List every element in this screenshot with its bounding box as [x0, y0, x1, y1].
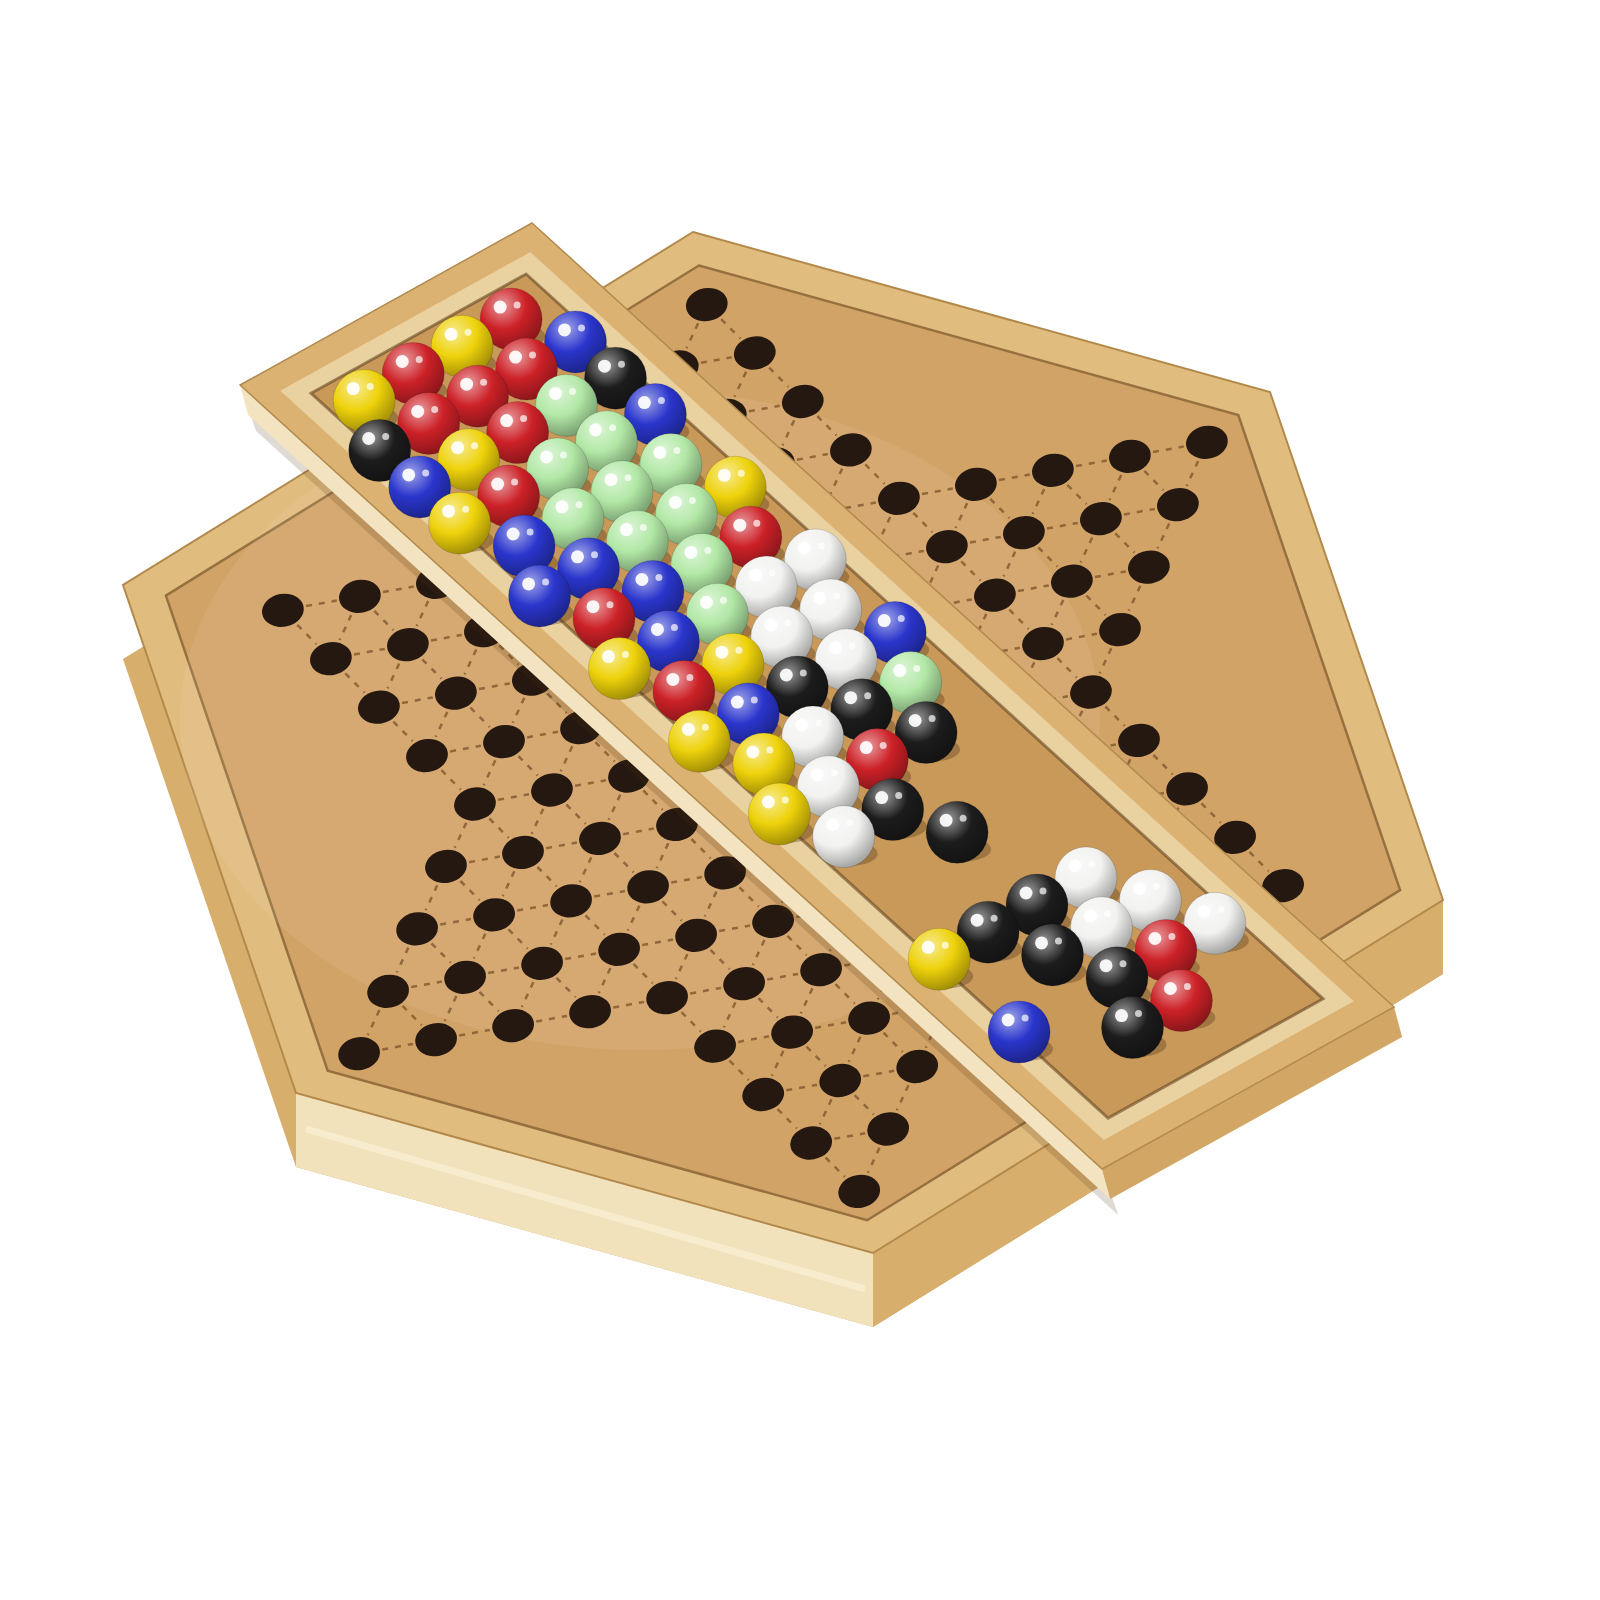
marble-specular [1002, 1014, 1015, 1027]
marble-specular-small [618, 361, 625, 368]
marble-specular-small [431, 406, 438, 413]
marble-specular-small [833, 592, 840, 599]
marble-yellow [748, 783, 810, 845]
marble-specular-small [609, 424, 616, 431]
marble-specular-small [991, 915, 998, 922]
marble-specular-small [591, 551, 598, 558]
marble-specular-small [753, 520, 760, 527]
marble-specular-small [471, 442, 478, 449]
marble-specular-small [367, 383, 374, 390]
marble-specular [605, 473, 618, 486]
marble-specular [653, 446, 666, 459]
marble-specular-small [895, 792, 902, 799]
marble-specular [411, 405, 424, 418]
marble-specular [1084, 909, 1097, 922]
marble-specular-small [655, 574, 662, 581]
marble-specular-small [527, 529, 534, 536]
marble-specular [651, 623, 664, 636]
marble-specular-small [560, 451, 567, 458]
marble-specular-small [702, 724, 709, 731]
marble-specular [940, 814, 953, 827]
marble-specular-small [720, 597, 727, 604]
marble-specular [666, 673, 679, 686]
marble-specular-small [800, 670, 807, 677]
marble-black [926, 801, 988, 863]
marble-specular [813, 591, 826, 604]
marble-specular-small [671, 624, 678, 631]
marble-specular-small [622, 651, 629, 658]
marble-specular [811, 768, 824, 781]
marble-specular-small [831, 769, 838, 776]
marble-yellow [589, 638, 651, 700]
marble-specular [494, 301, 507, 314]
marble-specular-small [529, 352, 536, 359]
marble-yellow [668, 710, 730, 772]
marble-specular [746, 746, 759, 759]
marble-specular-small [1022, 1015, 1029, 1022]
marble-specular [795, 718, 808, 731]
marble-specular-small [735, 647, 742, 654]
marble-specular-small [751, 697, 758, 704]
marble-specular [549, 387, 562, 400]
marble-specular-small [511, 479, 518, 486]
product-photo-stage [0, 0, 1600, 1600]
marble-specular [396, 355, 409, 368]
marble-specular-small [1217, 906, 1224, 913]
marble-specular [507, 528, 520, 541]
marble-specular [589, 423, 602, 436]
marble-specular [1197, 905, 1210, 918]
marble-specular-small [578, 324, 585, 331]
marble-specular-small [1089, 860, 1096, 867]
marble-specular-small [1153, 883, 1160, 890]
marble-specular [715, 646, 728, 659]
marble-specular-small [689, 497, 696, 504]
marble-specular [826, 818, 839, 831]
marble-yellow [908, 928, 970, 990]
marble-specular-small [849, 642, 856, 649]
marble-specular [1148, 932, 1161, 945]
marble-specular [1100, 959, 1113, 972]
marble-specular [749, 569, 762, 582]
marble-specular-small [929, 715, 936, 722]
marble-specular-small [673, 447, 680, 454]
marble-specular [620, 523, 633, 536]
marble-specular [909, 714, 922, 727]
marble-specular-small [640, 524, 647, 531]
marble-specular [540, 450, 553, 463]
marble-specular-small [480, 379, 487, 386]
marble-specular [509, 351, 522, 364]
marble-specular [402, 468, 415, 481]
marble-specular [571, 550, 584, 563]
marble-specular-small [422, 469, 429, 476]
marble-black [1102, 997, 1164, 1059]
marble-specular [491, 478, 504, 491]
marble-specular-small [704, 547, 711, 554]
marble-specular-small [1104, 910, 1111, 917]
marble-specular-small [514, 302, 521, 309]
marble-specular [1020, 887, 1033, 900]
marble-specular [700, 596, 713, 609]
marble-specular [878, 614, 891, 627]
marble-specular [860, 741, 873, 754]
marble-specular-small [462, 506, 469, 513]
marble-specular [556, 500, 569, 513]
marble-specular-small [913, 665, 920, 672]
marble-specular [733, 519, 746, 532]
marble-specular-small [1168, 933, 1175, 940]
marble-white [813, 806, 875, 868]
marble-specular [844, 691, 857, 704]
marble-yellow [429, 492, 491, 554]
marble-specular [1164, 982, 1177, 995]
marble-specular-small [569, 388, 576, 395]
marble-black [1022, 924, 1084, 986]
marble-specular-small [898, 615, 905, 622]
marble-specular-small [942, 942, 949, 949]
marble-specular-small [465, 329, 472, 336]
marble-specular [1133, 882, 1146, 895]
marble-specular [875, 791, 888, 804]
marble-specular [1115, 1009, 1128, 1022]
marble-specular [587, 600, 600, 613]
marble-specular-small [625, 474, 632, 481]
marble-specular [893, 664, 906, 677]
marble-specular [798, 542, 811, 555]
marble-specular [829, 641, 842, 654]
marble-specular [718, 469, 731, 482]
marble-specular-small [382, 433, 389, 440]
marble-specular [971, 914, 984, 927]
scene-svg [0, 0, 1600, 1600]
marble-specular-small [686, 674, 693, 681]
marble-blue [988, 1001, 1050, 1063]
marble-specular [731, 696, 744, 709]
marble-specular [638, 396, 651, 409]
marble-blue [509, 565, 571, 627]
marble-specular-small [1055, 937, 1062, 944]
marble-specular [451, 441, 464, 454]
marble-specular-small [880, 742, 887, 749]
marble-specular [762, 796, 775, 809]
marble-specular [347, 382, 360, 395]
marble-specular [682, 723, 695, 736]
marble-specular [558, 323, 571, 336]
marble-specular-small [658, 397, 665, 404]
marble-specular-small [542, 578, 549, 585]
marble-specular-small [846, 819, 853, 826]
marble-specular-small [607, 601, 614, 608]
marble-specular-small [782, 797, 789, 804]
marble-specular [1069, 859, 1082, 872]
marble-specular-small [576, 501, 583, 508]
marble-specular [522, 577, 535, 590]
marble-specular [635, 573, 648, 586]
marble-specular-small [960, 815, 967, 822]
marble-specular [460, 378, 473, 391]
marble-specular-small [1135, 1010, 1142, 1017]
marble-specular-small [766, 747, 773, 754]
marble-specular-small [769, 570, 776, 577]
marble-specular [684, 546, 697, 559]
marble-specular-small [416, 356, 423, 363]
marble-specular-small [1040, 888, 1047, 895]
marble-specular-small [520, 415, 527, 422]
marble-specular-small [1184, 983, 1191, 990]
marble-specular-small [1120, 960, 1127, 967]
marble-specular [362, 432, 375, 445]
marble-specular-small [784, 620, 791, 627]
marble-specular [598, 360, 611, 373]
marble-specular [602, 650, 615, 663]
marble-specular [764, 619, 777, 632]
marble-specular [1035, 936, 1048, 949]
marble-specular [669, 496, 682, 509]
marble-specular [780, 669, 793, 682]
marble-specular [922, 941, 935, 954]
marble-specular [500, 414, 513, 427]
marble-specular [442, 505, 455, 518]
marble-specular [445, 328, 458, 341]
marble-specular-small [815, 719, 822, 726]
marble-specular-small [738, 470, 745, 477]
marble-specular-small [864, 692, 871, 699]
marble-specular-small [818, 543, 825, 550]
